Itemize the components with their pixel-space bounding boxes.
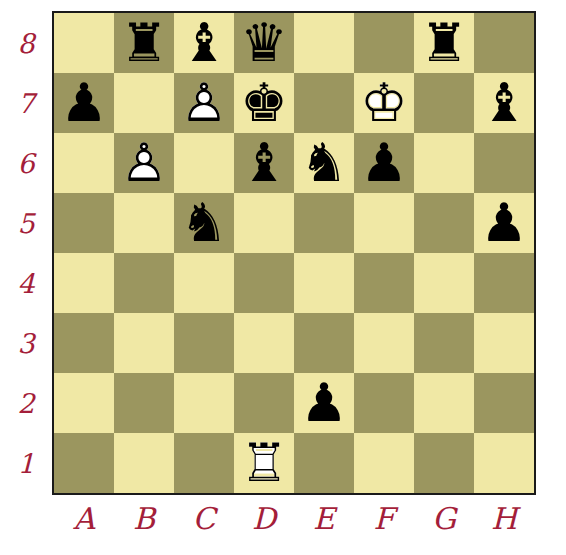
- square-h8[interactable]: [474, 13, 534, 73]
- square-h2[interactable]: [474, 373, 534, 433]
- square-g2[interactable]: [414, 373, 474, 433]
- square-a2[interactable]: [54, 373, 114, 433]
- square-h6[interactable]: [474, 133, 534, 193]
- square-g7[interactable]: [414, 73, 474, 133]
- rank-label-4: 4: [0, 253, 52, 313]
- black-bishop-c8: ♝: [174, 13, 234, 73]
- square-a7[interactable]: ♟: [54, 73, 114, 133]
- rank-label-3: 3: [0, 313, 52, 373]
- file-labels: A B C D E F G H: [54, 501, 534, 536]
- white-king-f7: ♚♔: [354, 73, 414, 133]
- square-e2[interactable]: ♟: [294, 373, 354, 433]
- square-g3[interactable]: [414, 313, 474, 373]
- square-b7[interactable]: [114, 73, 174, 133]
- square-g1[interactable]: [414, 433, 474, 493]
- square-b5[interactable]: [114, 193, 174, 253]
- black-knight-e6: ♞: [294, 133, 354, 193]
- square-a6[interactable]: [54, 133, 114, 193]
- square-b3[interactable]: [114, 313, 174, 373]
- file-label-c: C: [174, 501, 234, 536]
- file-label-f: F: [354, 501, 414, 536]
- square-e5[interactable]: [294, 193, 354, 253]
- black-bishop-d6: ♝: [234, 133, 294, 193]
- square-f3[interactable]: [354, 313, 414, 373]
- square-e1[interactable]: [294, 433, 354, 493]
- black-king-d7: ♚: [234, 73, 294, 133]
- square-h5[interactable]: ♟: [474, 193, 534, 253]
- white-pawn-c7: ♟♙: [174, 73, 234, 133]
- square-e4[interactable]: [294, 253, 354, 313]
- square-d2[interactable]: [234, 373, 294, 433]
- square-c4[interactable]: [174, 253, 234, 313]
- black-pawn-f6: ♟: [354, 133, 414, 193]
- square-f7[interactable]: ♚♔: [354, 73, 414, 133]
- square-c6[interactable]: [174, 133, 234, 193]
- square-c7[interactable]: ♟♙: [174, 73, 234, 133]
- black-rook-b8: ♜: [114, 13, 174, 73]
- square-b8[interactable]: ♜: [114, 13, 174, 73]
- square-b2[interactable]: [114, 373, 174, 433]
- square-h7[interactable]: ♝: [474, 73, 534, 133]
- rank-label-6: 6: [0, 133, 52, 193]
- square-h1[interactable]: [474, 433, 534, 493]
- chess-board: ♜♝♛♜♟♟♙♚♚♔♝♟♙♝♞♟♞♟♟♜♖: [52, 11, 536, 495]
- square-h3[interactable]: [474, 313, 534, 373]
- file-label-g: G: [414, 501, 474, 536]
- square-f2[interactable]: [354, 373, 414, 433]
- square-f5[interactable]: [354, 193, 414, 253]
- square-d5[interactable]: [234, 193, 294, 253]
- square-c8[interactable]: ♝: [174, 13, 234, 73]
- file-label-b: B: [114, 501, 174, 536]
- black-pawn-e2: ♟: [294, 373, 354, 433]
- square-g4[interactable]: [414, 253, 474, 313]
- square-c3[interactable]: [174, 313, 234, 373]
- square-d6[interactable]: ♝: [234, 133, 294, 193]
- rank-label-1: 1: [0, 433, 52, 493]
- white-pawn-b6: ♟♙: [114, 133, 174, 193]
- square-e6[interactable]: ♞: [294, 133, 354, 193]
- black-bishop-h7: ♝: [474, 73, 534, 133]
- black-pawn-a7: ♟: [54, 73, 114, 133]
- square-f8[interactable]: [354, 13, 414, 73]
- square-d3[interactable]: [234, 313, 294, 373]
- chess-diagram-page: 8 7 6 5 4 3 2 1 ♜♝♛♜♟♟♙♚♚♔♝♟♙♝♞♟♞♟♟♜♖ A …: [0, 0, 566, 555]
- square-e3[interactable]: [294, 313, 354, 373]
- square-a8[interactable]: [54, 13, 114, 73]
- square-e8[interactable]: [294, 13, 354, 73]
- square-b4[interactable]: [114, 253, 174, 313]
- square-c1[interactable]: [174, 433, 234, 493]
- file-label-d: D: [234, 501, 294, 536]
- square-f4[interactable]: [354, 253, 414, 313]
- square-a3[interactable]: [54, 313, 114, 373]
- square-d7[interactable]: ♚: [234, 73, 294, 133]
- rank-labels: 8 7 6 5 4 3 2 1: [0, 13, 52, 493]
- white-rook-d1: ♜♖: [234, 433, 294, 493]
- square-e7[interactable]: [294, 73, 354, 133]
- square-c5[interactable]: ♞: [174, 193, 234, 253]
- black-rook-g8: ♜: [414, 13, 474, 73]
- square-b1[interactable]: [114, 433, 174, 493]
- black-pawn-h5: ♟: [474, 193, 534, 253]
- rank-label-7: 7: [0, 73, 52, 133]
- rank-label-8: 8: [0, 13, 52, 73]
- square-d4[interactable]: [234, 253, 294, 313]
- square-b6[interactable]: ♟♙: [114, 133, 174, 193]
- rank-label-2: 2: [0, 373, 52, 433]
- square-c2[interactable]: [174, 373, 234, 433]
- square-a5[interactable]: [54, 193, 114, 253]
- file-label-e: E: [294, 501, 354, 536]
- square-g6[interactable]: [414, 133, 474, 193]
- square-a4[interactable]: [54, 253, 114, 313]
- square-h4[interactable]: [474, 253, 534, 313]
- black-knight-c5: ♞: [174, 193, 234, 253]
- black-queen-d8: ♛: [234, 13, 294, 73]
- square-g8[interactable]: ♜: [414, 13, 474, 73]
- square-d1[interactable]: ♜♖: [234, 433, 294, 493]
- file-label-a: A: [54, 501, 114, 536]
- square-d8[interactable]: ♛: [234, 13, 294, 73]
- square-f1[interactable]: [354, 433, 414, 493]
- square-f6[interactable]: ♟: [354, 133, 414, 193]
- square-a1[interactable]: [54, 433, 114, 493]
- rank-label-5: 5: [0, 193, 52, 253]
- square-g5[interactable]: [414, 193, 474, 253]
- file-label-h: H: [474, 501, 534, 536]
